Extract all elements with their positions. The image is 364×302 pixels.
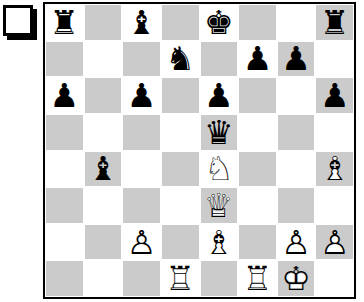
chess-board: ♜♝♚♜♞♟♟♟♟♟♟♛♝♞♘♝♗♛♕♟♙♝♗♟♙♟♙♜♖♜♖♚♔ xyxy=(43,2,356,299)
square-a4[interactable] xyxy=(45,151,84,188)
square-b1[interactable] xyxy=(84,260,123,297)
square-d7[interactable]: ♞ xyxy=(161,41,200,78)
square-e7[interactable] xyxy=(200,41,239,78)
square-c4[interactable] xyxy=(122,151,161,188)
white-pawn-outline: ♙ xyxy=(277,224,316,261)
white-bishop[interactable]: ♝♗ xyxy=(315,151,354,188)
square-g4[interactable] xyxy=(277,151,316,188)
square-f1[interactable]: ♜♖ xyxy=(238,260,277,297)
square-e1[interactable] xyxy=(200,260,239,297)
square-f6[interactable] xyxy=(238,77,277,114)
black-knight[interactable]: ♞ xyxy=(161,41,200,78)
white-king[interactable]: ♚♔ xyxy=(277,260,316,297)
white-bishop-outline: ♗ xyxy=(315,151,354,188)
square-g3[interactable] xyxy=(277,187,316,224)
square-b4[interactable]: ♝ xyxy=(84,151,123,188)
square-d5[interactable] xyxy=(161,114,200,151)
square-g2[interactable]: ♟♙ xyxy=(277,224,316,261)
square-e3[interactable]: ♛♕ xyxy=(200,187,239,224)
square-a2[interactable] xyxy=(45,224,84,261)
square-b2[interactable] xyxy=(84,224,123,261)
square-c7[interactable] xyxy=(122,41,161,78)
square-g6[interactable] xyxy=(277,77,316,114)
square-c6[interactable]: ♟ xyxy=(122,77,161,114)
square-g8[interactable] xyxy=(277,4,316,41)
square-g5[interactable] xyxy=(277,114,316,151)
white-bishop-outline: ♗ xyxy=(200,224,239,261)
square-h1[interactable] xyxy=(315,260,354,297)
square-h5[interactable] xyxy=(315,114,354,151)
square-e4[interactable]: ♞♘ xyxy=(200,151,239,188)
black-pawn[interactable]: ♟ xyxy=(45,77,84,114)
square-e6[interactable]: ♟ xyxy=(200,77,239,114)
square-d4[interactable] xyxy=(161,151,200,188)
white-pawn[interactable]: ♟♙ xyxy=(315,224,354,261)
white-knight[interactable]: ♞♘ xyxy=(200,151,239,188)
white-king-outline: ♔ xyxy=(277,260,316,297)
black-pawn[interactable]: ♟ xyxy=(238,41,277,78)
square-c5[interactable] xyxy=(122,114,161,151)
square-f8[interactable] xyxy=(238,4,277,41)
white-rook-outline: ♖ xyxy=(238,260,277,297)
square-c2[interactable]: ♟♙ xyxy=(122,224,161,261)
square-f2[interactable] xyxy=(238,224,277,261)
white-queen[interactable]: ♛♕ xyxy=(200,187,239,224)
square-h8[interactable]: ♜ xyxy=(315,4,354,41)
black-pawn[interactable]: ♟ xyxy=(277,41,316,78)
black-pawn[interactable]: ♟ xyxy=(200,77,239,114)
square-d8[interactable] xyxy=(161,4,200,41)
black-rook[interactable]: ♜ xyxy=(45,4,84,41)
square-g7[interactable]: ♟ xyxy=(277,41,316,78)
square-a3[interactable] xyxy=(45,187,84,224)
white-pawn-outline: ♙ xyxy=(315,224,354,261)
square-e2[interactable]: ♝♗ xyxy=(200,224,239,261)
square-d1[interactable]: ♜♖ xyxy=(161,260,200,297)
black-rook[interactable]: ♜ xyxy=(315,4,354,41)
black-bishop[interactable]: ♝ xyxy=(122,4,161,41)
black-king[interactable]: ♚ xyxy=(200,4,239,41)
white-rook[interactable]: ♜♖ xyxy=(161,260,200,297)
black-bishop[interactable]: ♝ xyxy=(84,151,123,188)
square-d3[interactable] xyxy=(161,187,200,224)
square-c3[interactable] xyxy=(122,187,161,224)
square-h4[interactable]: ♝♗ xyxy=(315,151,354,188)
square-e5[interactable]: ♛ xyxy=(200,114,239,151)
square-h2[interactable]: ♟♙ xyxy=(315,224,354,261)
square-f4[interactable] xyxy=(238,151,277,188)
square-b8[interactable] xyxy=(84,4,123,41)
square-b6[interactable] xyxy=(84,77,123,114)
square-c8[interactable]: ♝ xyxy=(122,4,161,41)
square-f3[interactable] xyxy=(238,187,277,224)
white-rook-outline: ♖ xyxy=(161,260,200,297)
white-knight-outline: ♘ xyxy=(200,151,239,188)
square-g1[interactable]: ♚♔ xyxy=(277,260,316,297)
square-h6[interactable]: ♟ xyxy=(315,77,354,114)
square-d2[interactable] xyxy=(161,224,200,261)
square-a5[interactable] xyxy=(45,114,84,151)
white-pawn[interactable]: ♟♙ xyxy=(277,224,316,261)
chess-app-screenshot: { "game": "chess", "position": { "fen": … xyxy=(0,0,364,302)
square-b3[interactable] xyxy=(84,187,123,224)
square-h7[interactable] xyxy=(315,41,354,78)
white-queen-outline: ♕ xyxy=(200,187,239,224)
black-pawn[interactable]: ♟ xyxy=(122,77,161,114)
square-a6[interactable]: ♟ xyxy=(45,77,84,114)
square-b7[interactable] xyxy=(84,41,123,78)
white-to-move-indicator xyxy=(3,5,33,36)
black-queen[interactable]: ♛ xyxy=(200,114,239,151)
square-f7[interactable]: ♟ xyxy=(238,41,277,78)
square-d6[interactable] xyxy=(161,77,200,114)
square-a1[interactable] xyxy=(45,260,84,297)
square-h3[interactable] xyxy=(315,187,354,224)
black-pawn[interactable]: ♟ xyxy=(315,77,354,114)
square-b5[interactable] xyxy=(84,114,123,151)
square-a7[interactable] xyxy=(45,41,84,78)
white-bishop[interactable]: ♝♗ xyxy=(200,224,239,261)
square-c1[interactable] xyxy=(122,260,161,297)
square-e8[interactable]: ♚ xyxy=(200,4,239,41)
square-f5[interactable] xyxy=(238,114,277,151)
white-pawn[interactable]: ♟♙ xyxy=(122,224,161,261)
white-rook[interactable]: ♜♖ xyxy=(238,260,277,297)
white-pawn-outline: ♙ xyxy=(122,224,161,261)
square-a8[interactable]: ♜ xyxy=(45,4,84,41)
